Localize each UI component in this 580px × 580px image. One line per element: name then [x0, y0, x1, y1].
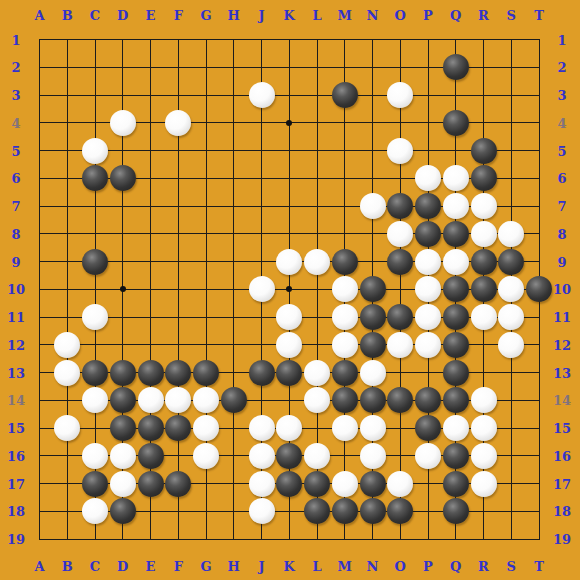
white-stone-Q7[interactable] — [443, 193, 469, 219]
white-stone-C16[interactable] — [82, 443, 108, 469]
col-label-top-H: H — [228, 9, 240, 22]
star-point-D10 — [120, 286, 126, 292]
white-stone-O5[interactable] — [387, 138, 413, 164]
black-stone-Q13[interactable] — [443, 360, 469, 386]
col-label-bottom-N: N — [367, 560, 379, 573]
col-label-top-L: L — [312, 9, 321, 22]
col-label-bottom-S: S — [507, 560, 516, 573]
row-label-right-8: 8 — [557, 227, 566, 240]
white-stone-P16[interactable] — [415, 443, 441, 469]
col-label-top-N: N — [367, 9, 379, 22]
black-stone-F17[interactable] — [165, 471, 191, 497]
col-label-bottom-L: L — [312, 560, 321, 573]
white-stone-G15[interactable] — [193, 415, 219, 441]
white-stone-D16[interactable] — [110, 443, 136, 469]
row-label-right-16: 16 — [553, 449, 571, 462]
col-label-bottom-M: M — [338, 560, 352, 573]
white-stone-P12[interactable] — [415, 332, 441, 358]
col-label-top-S: S — [507, 9, 516, 22]
black-stone-C13[interactable] — [82, 360, 108, 386]
black-stone-Q4[interactable] — [443, 110, 469, 136]
black-stone-D6[interactable] — [110, 165, 136, 191]
black-stone-P8[interactable] — [415, 221, 441, 247]
col-label-bottom-K: K — [284, 560, 295, 573]
black-stone-O18[interactable] — [387, 498, 413, 524]
row-label-left-16: 16 — [7, 449, 25, 462]
white-stone-E14[interactable] — [138, 387, 164, 413]
black-stone-E16[interactable] — [138, 443, 164, 469]
black-stone-O9[interactable] — [387, 249, 413, 275]
col-label-bottom-C: C — [90, 560, 100, 573]
row-label-right-11: 11 — [553, 311, 571, 324]
white-stone-M17[interactable] — [332, 471, 358, 497]
col-label-top-A: A — [34, 9, 44, 22]
black-stone-N12[interactable] — [360, 332, 386, 358]
row-label-right-1: 1 — [557, 33, 566, 46]
row-label-right-12: 12 — [553, 338, 571, 351]
row-label-right-19: 19 — [553, 533, 571, 546]
col-label-top-B: B — [62, 9, 73, 22]
white-stone-M10[interactable] — [332, 276, 358, 302]
row-label-left-3: 3 — [11, 89, 20, 102]
white-stone-P9[interactable] — [415, 249, 441, 275]
black-stone-Q2[interactable] — [443, 54, 469, 80]
black-stone-G13[interactable] — [193, 360, 219, 386]
black-stone-N11[interactable] — [360, 304, 386, 330]
col-label-top-R: R — [478, 9, 489, 22]
row-label-right-15: 15 — [553, 422, 571, 435]
black-stone-N17[interactable] — [360, 471, 386, 497]
black-stone-Q18[interactable] — [443, 498, 469, 524]
black-stone-P7[interactable] — [415, 193, 441, 219]
row-label-right-13: 13 — [553, 366, 571, 379]
white-stone-B15[interactable] — [54, 415, 80, 441]
white-stone-M11[interactable] — [332, 304, 358, 330]
black-stone-H14[interactable] — [221, 387, 247, 413]
star-point-K10 — [286, 286, 292, 292]
row-label-left-17: 17 — [7, 477, 25, 490]
white-stone-J15[interactable] — [249, 415, 275, 441]
row-label-right-7: 7 — [557, 200, 566, 213]
black-stone-L17[interactable] — [304, 471, 330, 497]
col-label-top-P: P — [423, 9, 433, 22]
black-stone-K16[interactable] — [276, 443, 302, 469]
row-label-right-4: 4 — [557, 116, 566, 129]
white-stone-R11[interactable] — [471, 304, 497, 330]
white-stone-S10[interactable] — [498, 276, 524, 302]
white-stone-C11[interactable] — [82, 304, 108, 330]
col-label-bottom-T: T — [534, 560, 544, 573]
row-label-left-2: 2 — [11, 61, 20, 74]
black-stone-C9[interactable] — [82, 249, 108, 275]
white-stone-P11[interactable] — [415, 304, 441, 330]
row-label-left-14: 14 — [7, 394, 25, 407]
row-label-right-6: 6 — [557, 172, 566, 185]
black-stone-O7[interactable] — [387, 193, 413, 219]
star-point-K4 — [286, 120, 292, 126]
row-label-left-9: 9 — [11, 255, 20, 268]
white-stone-R14[interactable] — [471, 387, 497, 413]
black-stone-F13[interactable] — [165, 360, 191, 386]
white-stone-Q15[interactable] — [443, 415, 469, 441]
col-label-bottom-P: P — [423, 560, 433, 573]
row-label-left-13: 13 — [7, 366, 25, 379]
white-stone-D17[interactable] — [110, 471, 136, 497]
black-stone-R6[interactable] — [471, 165, 497, 191]
black-stone-K17[interactable] — [276, 471, 302, 497]
white-stone-Q9[interactable] — [443, 249, 469, 275]
row-label-right-14: 14 — [553, 394, 571, 407]
col-label-bottom-A: A — [34, 560, 44, 573]
white-stone-F14[interactable] — [165, 387, 191, 413]
black-stone-N10[interactable] — [360, 276, 386, 302]
white-stone-N15[interactable] — [360, 415, 386, 441]
row-label-left-7: 7 — [11, 200, 20, 213]
black-stone-D18[interactable] — [110, 498, 136, 524]
col-label-top-D: D — [117, 9, 128, 22]
grid-line-vertical-O — [400, 39, 401, 540]
col-label-bottom-F: F — [174, 560, 183, 573]
col-label-bottom-E: E — [146, 560, 156, 573]
black-stone-F15[interactable] — [165, 415, 191, 441]
white-stone-J18[interactable] — [249, 498, 275, 524]
white-stone-R8[interactable] — [471, 221, 497, 247]
black-stone-T10[interactable] — [526, 276, 552, 302]
white-stone-J17[interactable] — [249, 471, 275, 497]
black-stone-Q17[interactable] — [443, 471, 469, 497]
black-stone-D15[interactable] — [110, 415, 136, 441]
white-stone-K11[interactable] — [276, 304, 302, 330]
white-stone-S12[interactable] — [498, 332, 524, 358]
row-label-left-1: 1 — [11, 33, 20, 46]
col-label-bottom-O: O — [395, 560, 406, 573]
white-stone-D4[interactable] — [110, 110, 136, 136]
black-stone-S9[interactable] — [498, 249, 524, 275]
black-stone-N14[interactable] — [360, 387, 386, 413]
black-stone-M14[interactable] — [332, 387, 358, 413]
black-stone-C6[interactable] — [82, 165, 108, 191]
white-stone-N16[interactable] — [360, 443, 386, 469]
black-stone-N18[interactable] — [360, 498, 386, 524]
black-stone-O11[interactable] — [387, 304, 413, 330]
col-label-bottom-B: B — [62, 560, 73, 573]
row-label-left-19: 19 — [7, 533, 25, 546]
black-stone-P14[interactable] — [415, 387, 441, 413]
row-label-right-3: 3 — [557, 89, 566, 102]
black-stone-M13[interactable] — [332, 360, 358, 386]
col-label-top-J: J — [258, 9, 264, 22]
white-stone-G16[interactable] — [193, 443, 219, 469]
white-stone-C5[interactable] — [82, 138, 108, 164]
go-board[interactable]: AABBCCDDEEFFGGHHJJKKLLMMNNOOPPQQRRSSTT11… — [0, 0, 580, 580]
white-stone-J16[interactable] — [249, 443, 275, 469]
black-stone-E17[interactable] — [138, 471, 164, 497]
col-label-bottom-J: J — [258, 560, 264, 573]
col-label-top-O: O — [395, 9, 406, 22]
row-label-right-10: 10 — [553, 283, 571, 296]
col-label-top-E: E — [146, 9, 156, 22]
col-label-top-G: G — [200, 9, 211, 22]
black-stone-Q10[interactable] — [443, 276, 469, 302]
white-stone-B12[interactable] — [54, 332, 80, 358]
white-stone-L13[interactable] — [304, 360, 330, 386]
black-stone-L18[interactable] — [304, 498, 330, 524]
white-stone-J10[interactable] — [249, 276, 275, 302]
white-stone-N7[interactable] — [360, 193, 386, 219]
black-stone-Q11[interactable] — [443, 304, 469, 330]
col-label-bottom-D: D — [117, 560, 128, 573]
col-label-top-Q: Q — [450, 9, 461, 22]
black-stone-J13[interactable] — [249, 360, 275, 386]
row-label-left-15: 15 — [7, 422, 25, 435]
row-label-right-2: 2 — [557, 61, 566, 74]
row-label-left-11: 11 — [7, 311, 25, 324]
row-label-left-5: 5 — [11, 144, 20, 157]
col-label-top-T: T — [534, 9, 544, 22]
col-label-top-F: F — [174, 9, 183, 22]
black-stone-D14[interactable] — [110, 387, 136, 413]
row-label-left-18: 18 — [7, 505, 25, 518]
col-label-top-K: K — [284, 9, 295, 22]
white-stone-O12[interactable] — [387, 332, 413, 358]
row-label-left-12: 12 — [7, 338, 25, 351]
row-label-right-5: 5 — [557, 144, 566, 157]
black-stone-Q12[interactable] — [443, 332, 469, 358]
black-stone-E13[interactable] — [138, 360, 164, 386]
white-stone-L14[interactable] — [304, 387, 330, 413]
white-stone-G14[interactable] — [193, 387, 219, 413]
black-stone-R9[interactable] — [471, 249, 497, 275]
black-stone-R5[interactable] — [471, 138, 497, 164]
col-label-bottom-R: R — [478, 560, 489, 573]
white-stone-K12[interactable] — [276, 332, 302, 358]
black-stone-P15[interactable] — [415, 415, 441, 441]
white-stone-F4[interactable] — [165, 110, 191, 136]
black-stone-M9[interactable] — [332, 249, 358, 275]
row-label-left-6: 6 — [11, 172, 20, 185]
black-stone-C17[interactable] — [82, 471, 108, 497]
black-stone-E15[interactable] — [138, 415, 164, 441]
white-stone-N13[interactable] — [360, 360, 386, 386]
white-stone-P10[interactable] — [415, 276, 441, 302]
col-label-bottom-G: G — [200, 560, 211, 573]
black-stone-R10[interactable] — [471, 276, 497, 302]
black-stone-Q16[interactable] — [443, 443, 469, 469]
black-stone-Q8[interactable] — [443, 221, 469, 247]
white-stone-O17[interactable] — [387, 471, 413, 497]
black-stone-D13[interactable] — [110, 360, 136, 386]
white-stone-B13[interactable] — [54, 360, 80, 386]
grid-line-horizontal-19 — [39, 539, 540, 540]
white-stone-R7[interactable] — [471, 193, 497, 219]
white-stone-O3[interactable] — [387, 82, 413, 108]
white-stone-M12[interactable] — [332, 332, 358, 358]
white-stone-K15[interactable] — [276, 415, 302, 441]
white-stone-M15[interactable] — [332, 415, 358, 441]
white-stone-R16[interactable] — [471, 443, 497, 469]
white-stone-L9[interactable] — [304, 249, 330, 275]
white-stone-C18[interactable] — [82, 498, 108, 524]
white-stone-S8[interactable] — [498, 221, 524, 247]
white-stone-C14[interactable] — [82, 387, 108, 413]
row-label-left-8: 8 — [11, 227, 20, 240]
row-label-right-9: 9 — [557, 255, 566, 268]
row-label-left-10: 10 — [7, 283, 25, 296]
white-stone-K9[interactable] — [276, 249, 302, 275]
black-stone-M3[interactable] — [332, 82, 358, 108]
black-stone-M18[interactable] — [332, 498, 358, 524]
col-label-top-M: M — [338, 9, 352, 22]
white-stone-L16[interactable] — [304, 443, 330, 469]
col-label-bottom-H: H — [228, 560, 240, 573]
white-stone-P6[interactable] — [415, 165, 441, 191]
white-stone-S11[interactable] — [498, 304, 524, 330]
white-stone-J3[interactable] — [249, 82, 275, 108]
white-stone-R15[interactable] — [471, 415, 497, 441]
black-stone-K13[interactable] — [276, 360, 302, 386]
white-stone-O8[interactable] — [387, 221, 413, 247]
col-label-bottom-Q: Q — [450, 560, 461, 573]
black-stone-Q14[interactable] — [443, 387, 469, 413]
row-label-right-18: 18 — [553, 505, 571, 518]
row-label-left-4: 4 — [11, 116, 20, 129]
white-stone-R17[interactable] — [471, 471, 497, 497]
black-stone-O14[interactable] — [387, 387, 413, 413]
white-stone-Q6[interactable] — [443, 165, 469, 191]
row-label-right-17: 17 — [553, 477, 571, 490]
col-label-top-C: C — [90, 9, 100, 22]
